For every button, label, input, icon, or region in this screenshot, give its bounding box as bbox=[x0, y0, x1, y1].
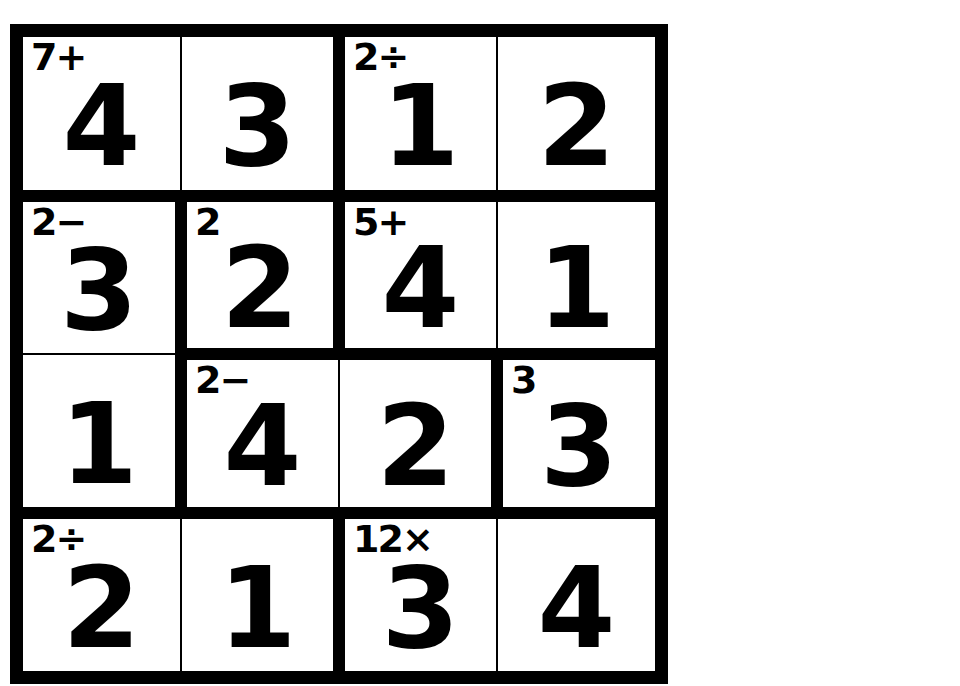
cell-r3c3: 4 bbox=[497, 513, 655, 672]
cell-value: 2 bbox=[23, 519, 180, 672]
cell-value: 1 bbox=[23, 355, 175, 507]
cell-r1c2: 5+4 bbox=[339, 196, 497, 355]
cell-value: 4 bbox=[498, 519, 655, 672]
cell-r3c1: 1 bbox=[181, 513, 339, 672]
cell-value: 1 bbox=[345, 37, 496, 190]
cell-r0c0: 7+4 bbox=[23, 37, 181, 196]
cell-value: 4 bbox=[187, 360, 338, 507]
cell-value: 4 bbox=[345, 202, 496, 349]
cell-value: 3 bbox=[182, 37, 333, 190]
cell-value: 4 bbox=[23, 37, 180, 190]
cell-value: 1 bbox=[498, 202, 655, 349]
cell-r3c2: 12×3 bbox=[339, 513, 497, 672]
cell-value: 3 bbox=[503, 360, 655, 507]
cell-r2c1: 2−4 bbox=[181, 354, 339, 513]
cell-value: 2 bbox=[498, 37, 655, 190]
page: 7+432÷122−3225+4112−42332÷2112×34 bbox=[0, 0, 960, 686]
cell-value: 1 bbox=[182, 519, 333, 672]
cell-r0c1: 3 bbox=[181, 37, 339, 196]
board-grid: 7+432÷122−3225+4112−42332÷2112×34 bbox=[23, 37, 655, 671]
cell-r2c3: 33 bbox=[497, 354, 655, 513]
cell-r2c0: 1 bbox=[23, 354, 181, 513]
cell-r0c3: 2 bbox=[497, 37, 655, 196]
cell-r1c3: 1 bbox=[497, 196, 655, 355]
cell-value: 3 bbox=[345, 519, 496, 672]
cell-value: 2 bbox=[187, 202, 333, 349]
cell-r1c1: 22 bbox=[181, 196, 339, 355]
cell-r3c0: 2÷2 bbox=[23, 513, 181, 672]
cell-value: 2 bbox=[340, 360, 491, 507]
cell-value: 3 bbox=[23, 202, 175, 354]
kenken-board: 7+432÷122−3225+4112−42332÷2112×34 bbox=[10, 24, 668, 684]
cell-r1c0: 2−3 bbox=[23, 196, 181, 355]
cell-r2c2: 2 bbox=[339, 354, 497, 513]
cell-r0c2: 2÷1 bbox=[339, 37, 497, 196]
